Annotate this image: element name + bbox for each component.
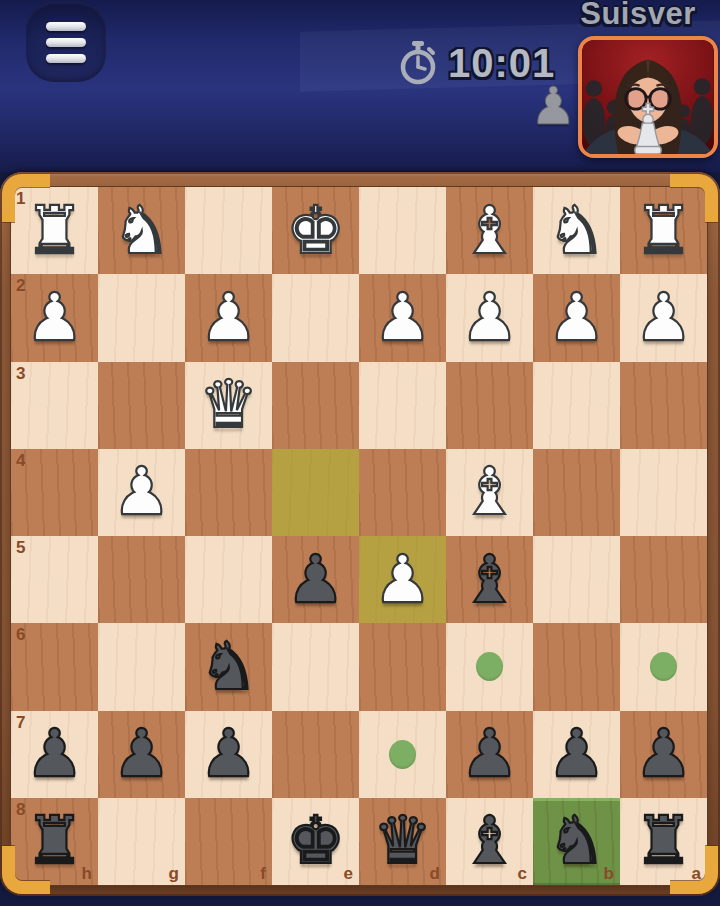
piece-white-king: ♚ bbox=[272, 187, 359, 274]
square-g4[interactable]: ♟ bbox=[98, 449, 185, 536]
board-squares: 1♜♞♚♝♞♜2♟♟♟♟♟♟3♛4♟♝5♟♟♝6♞7♟♟♟♟♟♟8h♜gfe♚d… bbox=[10, 186, 708, 886]
piece-white-pawn: ♟ bbox=[185, 274, 272, 361]
square-h2[interactable]: 2♟ bbox=[11, 274, 98, 361]
square-f7[interactable]: ♟ bbox=[185, 711, 272, 798]
avatar-image bbox=[582, 40, 714, 154]
piece-black-knight: ♞ bbox=[185, 623, 272, 710]
rank-label: 5 bbox=[16, 538, 25, 558]
file-label: b bbox=[604, 864, 614, 884]
square-h4[interactable]: 4 bbox=[11, 449, 98, 536]
square-d5[interactable]: ♟ bbox=[359, 536, 446, 623]
piece-black-pawn: ♟ bbox=[98, 711, 185, 798]
piece-black-pawn: ♟ bbox=[272, 536, 359, 623]
rank-label: 8 bbox=[16, 800, 25, 820]
piece-white-knight: ♞ bbox=[533, 187, 620, 274]
piece-white-queen: ♛ bbox=[185, 362, 272, 449]
square-g7[interactable]: ♟ bbox=[98, 711, 185, 798]
square-c2[interactable]: ♟ bbox=[446, 274, 533, 361]
file-label: c bbox=[518, 864, 527, 884]
opponent-avatar[interactable] bbox=[578, 36, 718, 158]
square-d3[interactable] bbox=[359, 362, 446, 449]
square-a5[interactable] bbox=[620, 536, 707, 623]
piece-white-pawn: ♟ bbox=[359, 274, 446, 361]
rank-label: 2 bbox=[16, 276, 25, 296]
square-e6[interactable] bbox=[272, 623, 359, 710]
square-e4[interactable] bbox=[272, 449, 359, 536]
square-h5[interactable]: 5 bbox=[11, 536, 98, 623]
square-e5[interactable]: ♟ bbox=[272, 536, 359, 623]
square-b5[interactable] bbox=[533, 536, 620, 623]
square-h6[interactable]: 6 bbox=[11, 623, 98, 710]
piece-white-pawn: ♟ bbox=[446, 274, 533, 361]
rank-label: 7 bbox=[16, 713, 25, 733]
square-f1[interactable] bbox=[185, 187, 272, 274]
square-b7[interactable]: ♟ bbox=[533, 711, 620, 798]
square-b3[interactable] bbox=[533, 362, 620, 449]
square-h3[interactable]: 3 bbox=[11, 362, 98, 449]
square-g5[interactable] bbox=[98, 536, 185, 623]
piece-black-pawn: ♟ bbox=[446, 711, 533, 798]
piece-black-pawn: ♟ bbox=[533, 711, 620, 798]
top-bar: 10:01 ♟ Suisver bbox=[0, 0, 720, 172]
square-f6[interactable]: ♞ bbox=[185, 623, 272, 710]
square-a1[interactable]: ♜ bbox=[620, 187, 707, 274]
square-d2[interactable]: ♟ bbox=[359, 274, 446, 361]
square-b4[interactable] bbox=[533, 449, 620, 536]
square-c1[interactable]: ♝ bbox=[446, 187, 533, 274]
square-e8[interactable]: e♚ bbox=[272, 798, 359, 885]
square-b8[interactable]: b♞ bbox=[533, 798, 620, 885]
legal-move-dot bbox=[389, 740, 416, 769]
square-h7[interactable]: 7♟ bbox=[11, 711, 98, 798]
square-c4[interactable]: ♝ bbox=[446, 449, 533, 536]
square-e3[interactable] bbox=[272, 362, 359, 449]
piece-white-bishop: ♝ bbox=[446, 187, 533, 274]
piece-white-pawn: ♟ bbox=[533, 274, 620, 361]
square-b2[interactable]: ♟ bbox=[533, 274, 620, 361]
file-label: f bbox=[260, 864, 266, 884]
piece-white-pawn: ♟ bbox=[620, 274, 707, 361]
legal-move-dot bbox=[650, 652, 677, 681]
piece-black-bishop: ♝ bbox=[446, 536, 533, 623]
piece-black-pawn: ♟ bbox=[620, 711, 707, 798]
square-g1[interactable]: ♞ bbox=[98, 187, 185, 274]
square-f8[interactable]: f bbox=[185, 798, 272, 885]
square-e7[interactable] bbox=[272, 711, 359, 798]
hamburger-icon bbox=[46, 54, 86, 63]
square-h1[interactable]: 1♜ bbox=[11, 187, 98, 274]
piece-white-bishop: ♝ bbox=[446, 449, 533, 536]
square-d7[interactable] bbox=[359, 711, 446, 798]
square-g2[interactable] bbox=[98, 274, 185, 361]
square-d8[interactable]: d♛ bbox=[359, 798, 446, 885]
square-f3[interactable]: ♛ bbox=[185, 362, 272, 449]
piece-black-pawn: ♟ bbox=[185, 711, 272, 798]
square-a2[interactable]: ♟ bbox=[620, 274, 707, 361]
file-label: a bbox=[692, 864, 701, 884]
square-g3[interactable] bbox=[98, 362, 185, 449]
square-g6[interactable] bbox=[98, 623, 185, 710]
square-e2[interactable] bbox=[272, 274, 359, 361]
square-b6[interactable] bbox=[533, 623, 620, 710]
square-c3[interactable] bbox=[446, 362, 533, 449]
rank-label: 4 bbox=[16, 451, 25, 471]
piece-white-rook: ♜ bbox=[620, 187, 707, 274]
square-f4[interactable] bbox=[185, 449, 272, 536]
rank-label: 6 bbox=[16, 625, 25, 645]
hamburger-icon bbox=[46, 22, 86, 31]
square-c7[interactable]: ♟ bbox=[446, 711, 533, 798]
piece-white-pawn: ♟ bbox=[359, 536, 446, 623]
square-a4[interactable] bbox=[620, 449, 707, 536]
legal-move-dot bbox=[476, 652, 503, 681]
captured-black-pawn-icon: ♟ bbox=[530, 80, 577, 132]
hamburger-icon bbox=[46, 38, 86, 47]
piece-white-pawn: ♟ bbox=[98, 449, 185, 536]
square-c5[interactable]: ♝ bbox=[446, 536, 533, 623]
square-f2[interactable]: ♟ bbox=[185, 274, 272, 361]
square-a3[interactable] bbox=[620, 362, 707, 449]
file-label: e bbox=[344, 864, 353, 884]
square-c8[interactable]: c♝ bbox=[446, 798, 533, 885]
square-b1[interactable]: ♞ bbox=[533, 187, 620, 274]
square-d1[interactable] bbox=[359, 187, 446, 274]
square-e1[interactable]: ♚ bbox=[272, 187, 359, 274]
chess-board: 1♜♞♚♝♞♜2♟♟♟♟♟♟3♛4♟♝5♟♟♝6♞7♟♟♟♟♟♟8h♜gfe♚d… bbox=[0, 172, 720, 896]
file-label: h bbox=[82, 864, 92, 884]
square-g8[interactable]: g bbox=[98, 798, 185, 885]
square-a6[interactable] bbox=[620, 623, 707, 710]
square-f5[interactable] bbox=[185, 536, 272, 623]
rank-label: 3 bbox=[16, 364, 25, 384]
file-label: g bbox=[169, 864, 179, 884]
rank-label: 1 bbox=[16, 189, 25, 209]
square-a8[interactable]: a♜ bbox=[620, 798, 707, 885]
square-d6[interactable] bbox=[359, 623, 446, 710]
square-c6[interactable] bbox=[446, 623, 533, 710]
square-a7[interactable]: ♟ bbox=[620, 711, 707, 798]
stopwatch-icon bbox=[398, 40, 438, 86]
square-h8[interactable]: 8h♜ bbox=[11, 798, 98, 885]
opponent-name: Suisver bbox=[556, 0, 720, 32]
piece-white-knight: ♞ bbox=[98, 187, 185, 274]
menu-button[interactable] bbox=[26, 2, 106, 82]
file-label: d bbox=[430, 864, 440, 884]
square-d4[interactable] bbox=[359, 449, 446, 536]
